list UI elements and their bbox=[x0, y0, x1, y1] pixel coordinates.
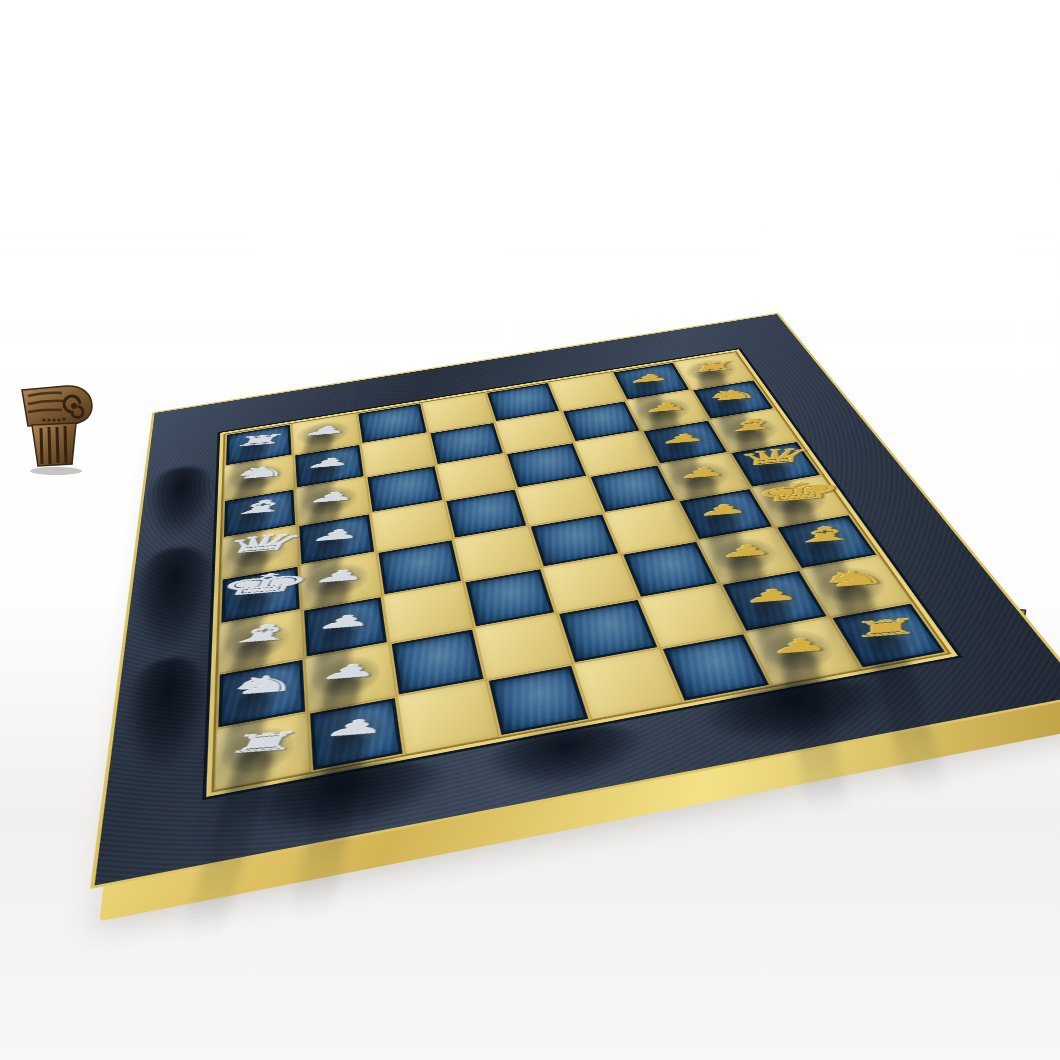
square-h7 bbox=[745, 617, 861, 686]
square-g5 bbox=[557, 598, 660, 663]
square-f5 bbox=[542, 554, 639, 613]
square-g4 bbox=[473, 613, 573, 679]
square-e4 bbox=[453, 526, 542, 581]
square-f3 bbox=[382, 581, 473, 643]
square-g6 bbox=[639, 584, 745, 648]
square-g1 bbox=[216, 658, 307, 729]
square-f1 bbox=[218, 610, 304, 674]
square-e2 bbox=[299, 552, 383, 609]
square-h4 bbox=[485, 664, 591, 737]
square-g8 bbox=[800, 555, 912, 616]
square-g7 bbox=[720, 570, 829, 633]
square-e3 bbox=[376, 539, 462, 595]
square-h2 bbox=[307, 696, 405, 773]
perspective-scene: ♜♟♞♟♝♟♟♜♛♟♟♞♚♟♟♝♝♟♟♛♞♟♟♚♜♟♟♝♟♞♟♜ bbox=[0, 0, 1060, 1060]
square-h3 bbox=[397, 680, 499, 755]
square-h1 bbox=[214, 712, 310, 790]
square-g3 bbox=[389, 628, 485, 696]
square-h5 bbox=[573, 648, 682, 720]
square-h6 bbox=[659, 632, 772, 702]
square-f6 bbox=[620, 540, 720, 598]
chess-board: ♜♟♞♟♝♟♟♜♛♟♟♞♚♟♟♝♝♟♟♛♞♟♟♚♜♟♟♝♟♞♟♜ bbox=[90, 313, 1060, 889]
square-f2 bbox=[301, 595, 389, 658]
square-g2 bbox=[304, 643, 397, 712]
product-photo-stage: ♜♟♞♟♝♟♟♜♛♟♟♞♚♟♟♝♝♟♟♛♞♟♟♚♜♟♟♝♟♞♟♜ bbox=[0, 0, 1060, 1060]
square-h8 bbox=[829, 602, 948, 670]
frame-reflection bbox=[118, 652, 209, 777]
square-f4 bbox=[463, 567, 557, 627]
